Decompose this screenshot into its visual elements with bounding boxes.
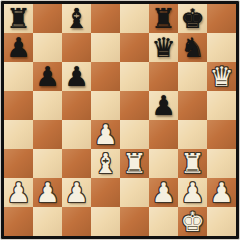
square-d8[interactable]: [91, 4, 120, 33]
square-e6[interactable]: [120, 62, 149, 91]
square-e8[interactable]: [120, 4, 149, 33]
square-c5[interactable]: [62, 91, 91, 120]
square-e7[interactable]: [120, 33, 149, 62]
square-h4[interactable]: [207, 120, 236, 149]
square-d6[interactable]: [91, 62, 120, 91]
square-a2[interactable]: ♟: [4, 178, 33, 207]
square-a8[interactable]: ♜: [4, 4, 33, 33]
black-pawn-b6[interactable]: ♟: [35, 62, 59, 91]
square-g6[interactable]: [178, 62, 207, 91]
white-pawn-c2[interactable]: ♟: [64, 178, 88, 207]
square-a4[interactable]: [4, 120, 33, 149]
chess-board-frame: ♜♝♜♚♟♛♞♟♟♛♟♟♝♜♜♟♟♟♟♟♟♚: [0, 0, 240, 240]
square-c2[interactable]: ♟: [62, 178, 91, 207]
square-b2[interactable]: ♟: [33, 178, 62, 207]
square-h6[interactable]: ♛: [207, 62, 236, 91]
square-h1[interactable]: [207, 207, 236, 236]
square-d4[interactable]: ♟: [91, 120, 120, 149]
white-pawn-h2[interactable]: ♟: [209, 178, 233, 207]
square-e2[interactable]: [120, 178, 149, 207]
square-a5[interactable]: [4, 91, 33, 120]
square-g1[interactable]: ♚: [178, 207, 207, 236]
black-pawn-f5[interactable]: ♟: [151, 91, 175, 120]
square-e4[interactable]: [120, 120, 149, 149]
square-b5[interactable]: [33, 91, 62, 120]
square-f5[interactable]: ♟: [149, 91, 178, 120]
square-c4[interactable]: [62, 120, 91, 149]
square-h8[interactable]: [207, 4, 236, 33]
square-g5[interactable]: [178, 91, 207, 120]
white-king-g1[interactable]: ♚: [180, 207, 204, 236]
chess-board: ♜♝♜♚♟♛♞♟♟♛♟♟♝♜♜♟♟♟♟♟♟♚: [4, 4, 236, 236]
square-h5[interactable]: [207, 91, 236, 120]
white-pawn-f2[interactable]: ♟: [151, 178, 175, 207]
square-g4[interactable]: [178, 120, 207, 149]
square-b4[interactable]: [33, 120, 62, 149]
square-h2[interactable]: ♟: [207, 178, 236, 207]
square-f1[interactable]: [149, 207, 178, 236]
square-f3[interactable]: [149, 149, 178, 178]
square-b1[interactable]: [33, 207, 62, 236]
white-rook-g3[interactable]: ♜: [180, 149, 204, 178]
square-c7[interactable]: [62, 33, 91, 62]
square-a6[interactable]: [4, 62, 33, 91]
square-a1[interactable]: [4, 207, 33, 236]
white-pawn-d4[interactable]: ♟: [93, 120, 117, 149]
square-g8[interactable]: ♚: [178, 4, 207, 33]
square-d1[interactable]: [91, 207, 120, 236]
square-a3[interactable]: [4, 149, 33, 178]
square-f2[interactable]: ♟: [149, 178, 178, 207]
square-h7[interactable]: [207, 33, 236, 62]
white-pawn-g2[interactable]: ♟: [180, 178, 204, 207]
square-f6[interactable]: [149, 62, 178, 91]
square-b3[interactable]: [33, 149, 62, 178]
black-rook-a8[interactable]: ♜: [6, 4, 30, 33]
square-d7[interactable]: [91, 33, 120, 62]
square-c6[interactable]: ♟: [62, 62, 91, 91]
black-bishop-c8[interactable]: ♝: [64, 4, 88, 33]
black-queen-f7[interactable]: ♛: [151, 33, 175, 62]
white-queen-h6[interactable]: ♛: [209, 62, 233, 91]
black-knight-g7[interactable]: ♞: [180, 33, 204, 62]
square-f4[interactable]: [149, 120, 178, 149]
square-f7[interactable]: ♛: [149, 33, 178, 62]
square-c1[interactable]: [62, 207, 91, 236]
square-a7[interactable]: ♟: [4, 33, 33, 62]
white-pawn-b2[interactable]: ♟: [35, 178, 59, 207]
square-b8[interactable]: [33, 4, 62, 33]
black-pawn-c6[interactable]: ♟: [64, 62, 88, 91]
white-rook-e3[interactable]: ♜: [122, 149, 146, 178]
square-d3[interactable]: ♝: [91, 149, 120, 178]
square-g3[interactable]: ♜: [178, 149, 207, 178]
square-e1[interactable]: [120, 207, 149, 236]
square-e5[interactable]: [120, 91, 149, 120]
square-f8[interactable]: ♜: [149, 4, 178, 33]
square-c8[interactable]: ♝: [62, 4, 91, 33]
square-b7[interactable]: [33, 33, 62, 62]
black-rook-f8[interactable]: ♜: [151, 4, 175, 33]
white-pawn-a2[interactable]: ♟: [6, 178, 30, 207]
square-b6[interactable]: ♟: [33, 62, 62, 91]
square-g2[interactable]: ♟: [178, 178, 207, 207]
black-king-g8[interactable]: ♚: [180, 4, 204, 33]
square-g7[interactable]: ♞: [178, 33, 207, 62]
black-pawn-a7[interactable]: ♟: [6, 33, 30, 62]
square-d2[interactable]: [91, 178, 120, 207]
square-h3[interactable]: [207, 149, 236, 178]
square-e3[interactable]: ♜: [120, 149, 149, 178]
square-c3[interactable]: [62, 149, 91, 178]
square-d5[interactable]: [91, 91, 120, 120]
white-bishop-d3[interactable]: ♝: [93, 149, 117, 178]
